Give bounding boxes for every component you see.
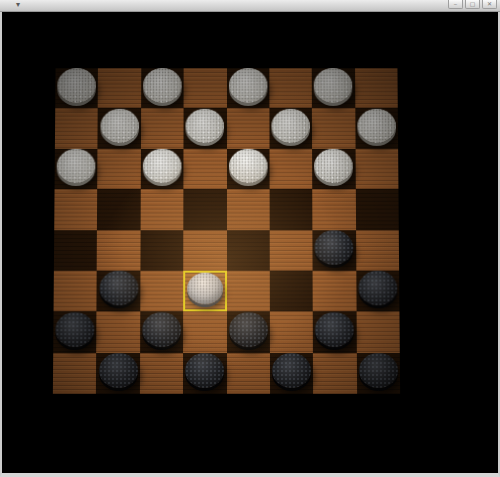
square-r1c2[interactable]: [141, 108, 184, 148]
square-r6c0[interactable]: [53, 312, 97, 353]
square-r0c5[interactable]: [269, 68, 312, 108]
square-r0c2[interactable]: [141, 68, 184, 108]
white-piece[interactable]: [357, 109, 396, 143]
square-r1c3[interactable]: [184, 108, 227, 148]
square-r0c3[interactable]: [184, 68, 227, 108]
checkers-board: [53, 68, 400, 394]
white-piece[interactable]: [100, 109, 139, 143]
square-r2c2[interactable]: [141, 149, 184, 190]
black-piece[interactable]: [315, 312, 354, 347]
white-piece[interactable]: [57, 68, 96, 102]
white-piece[interactable]: [271, 109, 310, 143]
square-r6c3[interactable]: [183, 312, 226, 353]
white-piece[interactable]: [229, 68, 268, 102]
square-r2c0[interactable]: [55, 149, 98, 190]
black-piece[interactable]: [272, 353, 311, 388]
black-piece[interactable]: [359, 353, 398, 388]
square-r5c1[interactable]: [97, 271, 140, 312]
square-r5c7[interactable]: [356, 271, 399, 312]
window-titlebar[interactable]: ▾ − ▢ ✕: [0, 0, 500, 12]
square-r2c7[interactable]: [355, 149, 398, 190]
square-r2c6[interactable]: [312, 149, 355, 190]
square-r3c1[interactable]: [97, 189, 140, 230]
square-r7c4[interactable]: [227, 353, 270, 394]
white-piece[interactable]: [314, 149, 353, 183]
square-r7c5[interactable]: [270, 353, 313, 394]
square-r6c2[interactable]: [140, 312, 183, 353]
selected-black-piece[interactable]: [187, 273, 222, 304]
square-r3c7[interactable]: [355, 189, 398, 230]
square-r2c4[interactable]: [227, 149, 270, 190]
square-r4c1[interactable]: [97, 230, 140, 271]
square-r1c5[interactable]: [269, 108, 312, 148]
square-r2c1[interactable]: [98, 149, 141, 190]
square-r0c4[interactable]: [227, 68, 270, 108]
square-r3c2[interactable]: [140, 189, 183, 230]
square-r7c3[interactable]: [183, 353, 226, 394]
square-r1c6[interactable]: [312, 108, 355, 148]
square-r3c6[interactable]: [312, 189, 355, 230]
minimize-button[interactable]: −: [448, 0, 463, 9]
window-menu-icon[interactable]: ▾: [16, 0, 20, 10]
square-r5c3[interactable]: [183, 271, 226, 312]
white-piece[interactable]: [143, 68, 182, 102]
square-r3c4[interactable]: [227, 189, 270, 230]
black-piece[interactable]: [315, 230, 354, 265]
white-piece[interactable]: [186, 109, 225, 143]
square-r4c4[interactable]: [227, 230, 270, 271]
close-button[interactable]: ✕: [482, 0, 497, 9]
square-r5c5[interactable]: [270, 271, 313, 312]
square-r2c3[interactable]: [184, 149, 227, 190]
square-r7c0[interactable]: [53, 353, 97, 394]
square-r7c2[interactable]: [140, 353, 183, 394]
square-r0c0[interactable]: [55, 68, 98, 108]
square-r1c0[interactable]: [55, 108, 98, 148]
black-piece[interactable]: [142, 312, 181, 347]
white-piece[interactable]: [143, 149, 182, 183]
black-piece[interactable]: [185, 353, 224, 388]
square-r4c2[interactable]: [140, 230, 183, 271]
app-window: ▾ − ▢ ✕: [0, 0, 500, 477]
square-r6c7[interactable]: [356, 312, 400, 353]
square-r5c6[interactable]: [313, 271, 356, 312]
square-r6c4[interactable]: [227, 312, 270, 353]
square-r1c1[interactable]: [98, 108, 141, 148]
square-r5c4[interactable]: [227, 271, 270, 312]
black-piece[interactable]: [229, 312, 268, 347]
square-r7c7[interactable]: [356, 353, 400, 394]
square-r5c2[interactable]: [140, 271, 183, 312]
square-r3c3[interactable]: [183, 189, 226, 230]
square-r4c7[interactable]: [356, 230, 399, 271]
black-piece[interactable]: [98, 353, 137, 388]
square-r6c6[interactable]: [313, 312, 356, 353]
square-r4c0[interactable]: [54, 230, 97, 271]
square-r1c4[interactable]: [227, 108, 270, 148]
square-r4c3[interactable]: [183, 230, 226, 271]
window-controls: − ▢ ✕: [448, 0, 497, 9]
maximize-button[interactable]: ▢: [465, 0, 480, 9]
square-r4c5[interactable]: [270, 230, 313, 271]
square-r1c7[interactable]: [355, 108, 398, 148]
game-viewport: [2, 11, 498, 473]
black-piece[interactable]: [99, 271, 138, 306]
square-r3c0[interactable]: [54, 189, 97, 230]
square-r0c6[interactable]: [312, 68, 355, 108]
square-r6c5[interactable]: [270, 312, 313, 353]
white-piece[interactable]: [57, 149, 96, 183]
square-r0c7[interactable]: [355, 68, 398, 108]
square-r0c1[interactable]: [98, 68, 141, 108]
square-r4c6[interactable]: [313, 230, 356, 271]
square-r6c1[interactable]: [97, 312, 140, 353]
square-r5c0[interactable]: [54, 271, 97, 312]
white-piece[interactable]: [314, 68, 353, 102]
black-piece[interactable]: [55, 312, 94, 347]
black-piece[interactable]: [358, 271, 397, 306]
square-r7c1[interactable]: [96, 353, 140, 394]
square-r7c6[interactable]: [313, 353, 357, 394]
white-piece[interactable]: [229, 149, 268, 183]
square-r2c5[interactable]: [269, 149, 312, 190]
square-r3c5[interactable]: [269, 189, 312, 230]
